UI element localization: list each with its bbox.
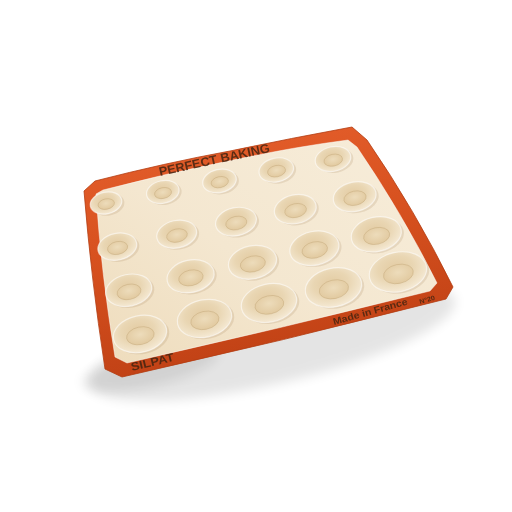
product-photo: PERFECT BAKING SILPAT Made in France N°2…	[0, 0, 512, 512]
baking-mat-illustration: PERFECT BAKING SILPAT Made in France N°2…	[0, 0, 512, 512]
